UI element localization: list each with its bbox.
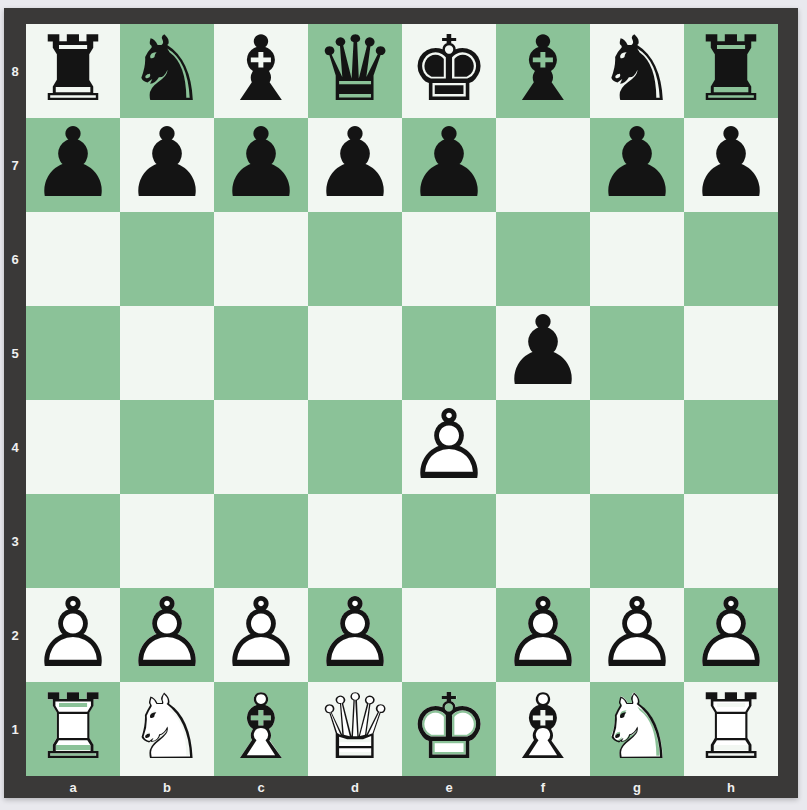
white-bishop[interactable]: ♝♗ — [214, 682, 308, 776]
piece-fill-glyph: ♟ — [594, 115, 680, 211]
black-queen[interactable]: ♛ — [308, 24, 402, 118]
square-d1[interactable]: ♛♕ — [308, 682, 402, 776]
square-f5[interactable]: ♟ — [496, 306, 590, 400]
white-pawn[interactable]: ♟♙ — [120, 588, 214, 682]
piece-fill-glyph: ♟ — [688, 585, 774, 681]
piece-outline-glyph: ♖ — [691, 682, 772, 772]
piece-fill-glyph: ♞ — [597, 682, 678, 772]
black-pawn[interactable]: ♟ — [590, 118, 684, 212]
square-b7[interactable]: ♟ — [120, 118, 214, 212]
piece-fill-glyph: ♜ — [33, 24, 114, 114]
square-e6[interactable] — [402, 212, 496, 306]
white-knight[interactable]: ♞♘ — [590, 682, 684, 776]
square-c6[interactable] — [214, 212, 308, 306]
piece-fill-glyph: ♝ — [503, 24, 584, 114]
square-e2[interactable] — [402, 588, 496, 682]
piece-fill-glyph: ♜ — [33, 682, 114, 772]
black-knight[interactable]: ♞ — [590, 24, 684, 118]
page: 8♜♞♝♛♚♝♞♜7♟♟♟♟♟♟♟65♟4♟♙32♟♙♟♙♟♙♟♙♟♙♟♙♟♙1… — [0, 8, 807, 798]
square-c5[interactable] — [214, 306, 308, 400]
square-a6[interactable] — [26, 212, 120, 306]
square-e7[interactable]: ♟ — [402, 118, 496, 212]
file-label-h: h — [684, 776, 778, 798]
square-b3[interactable] — [120, 494, 214, 588]
black-pawn[interactable]: ♟ — [214, 118, 308, 212]
black-rook[interactable]: ♜ — [26, 24, 120, 118]
square-h2[interactable]: ♟♙ — [684, 588, 778, 682]
square-e1[interactable]: ♚♔ — [402, 682, 496, 776]
square-b6[interactable] — [120, 212, 214, 306]
white-pawn[interactable]: ♟♙ — [496, 588, 590, 682]
rank-label-8: 8 — [4, 24, 26, 118]
square-a8[interactable]: ♜ — [26, 24, 120, 118]
piece-fill-glyph: ♟ — [500, 585, 586, 681]
rank-label-7: 7 — [4, 118, 26, 212]
piece-fill-glyph: ♛ — [315, 24, 396, 114]
piece-outline-glyph: ♗ — [221, 682, 302, 772]
square-a2[interactable]: ♟♙ — [26, 588, 120, 682]
square-d5[interactable] — [308, 306, 402, 400]
piece-fill-glyph: ♞ — [127, 682, 208, 772]
black-king[interactable]: ♚ — [402, 24, 496, 118]
file-label-a: a — [26, 776, 120, 798]
piece-outline-glyph: ♖ — [33, 682, 114, 772]
square-b1[interactable]: ♞♘ — [120, 682, 214, 776]
piece-fill-glyph: ♟ — [688, 115, 774, 211]
white-rook[interactable]: ♜♖ — [26, 682, 120, 776]
square-f4[interactable] — [496, 400, 590, 494]
piece-outline-glyph: ♙ — [30, 585, 116, 681]
file-label-d: d — [308, 776, 402, 798]
black-pawn[interactable]: ♟ — [684, 118, 778, 212]
square-d4[interactable] — [308, 400, 402, 494]
piece-fill-glyph: ♟ — [312, 115, 398, 211]
piece-fill-glyph: ♝ — [503, 682, 584, 772]
square-f2[interactable]: ♟♙ — [496, 588, 590, 682]
square-h4[interactable] — [684, 400, 778, 494]
square-d7[interactable]: ♟ — [308, 118, 402, 212]
square-c3[interactable] — [214, 494, 308, 588]
rank-label-3: 3 — [4, 494, 26, 588]
square-e5[interactable] — [402, 306, 496, 400]
piece-outline-glyph: ♕ — [315, 682, 396, 772]
file-label-c: c — [214, 776, 308, 798]
square-a7[interactable]: ♟ — [26, 118, 120, 212]
piece-fill-glyph: ♚ — [409, 682, 490, 772]
piece-outline-glyph: ♙ — [312, 585, 398, 681]
black-bishop[interactable]: ♝ — [496, 24, 590, 118]
piece-fill-glyph: ♟ — [218, 585, 304, 681]
piece-outline-glyph: ♙ — [406, 397, 492, 493]
white-pawn[interactable]: ♟♙ — [214, 588, 308, 682]
piece-outline-glyph: ♙ — [500, 585, 586, 681]
square-g8[interactable]: ♞ — [590, 24, 684, 118]
square-b4[interactable] — [120, 400, 214, 494]
white-pawn[interactable]: ♟♙ — [402, 400, 496, 494]
square-g4[interactable] — [590, 400, 684, 494]
white-pawn[interactable]: ♟♙ — [308, 588, 402, 682]
piece-fill-glyph: ♟ — [312, 585, 398, 681]
piece-fill-glyph: ♞ — [127, 24, 208, 114]
square-h5[interactable] — [684, 306, 778, 400]
square-h3[interactable] — [684, 494, 778, 588]
square-a5[interactable] — [26, 306, 120, 400]
square-h6[interactable] — [684, 212, 778, 306]
square-c8[interactable]: ♝ — [214, 24, 308, 118]
piece-outline-glyph: ♗ — [503, 682, 584, 772]
square-g1[interactable]: ♞♘ — [590, 682, 684, 776]
chess-board-frame: 8♜♞♝♛♚♝♞♜7♟♟♟♟♟♟♟65♟4♟♙32♟♙♟♙♟♙♟♙♟♙♟♙♟♙1… — [4, 8, 798, 798]
square-d8[interactable]: ♛ — [308, 24, 402, 118]
square-c1[interactable]: ♝♗ — [214, 682, 308, 776]
white-rook[interactable]: ♜♖ — [684, 682, 778, 776]
square-f6[interactable] — [496, 212, 590, 306]
square-g3[interactable] — [590, 494, 684, 588]
white-pawn[interactable]: ♟♙ — [590, 588, 684, 682]
white-pawn[interactable]: ♟♙ — [684, 588, 778, 682]
square-e8[interactable]: ♚ — [402, 24, 496, 118]
white-knight[interactable]: ♞♘ — [120, 682, 214, 776]
piece-outline-glyph: ♘ — [597, 682, 678, 772]
piece-outline-glyph: ♙ — [594, 585, 680, 681]
square-h7[interactable]: ♟ — [684, 118, 778, 212]
piece-outline-glyph: ♙ — [218, 585, 304, 681]
piece-fill-glyph: ♝ — [221, 682, 302, 772]
piece-outline-glyph: ♙ — [124, 585, 210, 681]
rank-label-5: 5 — [4, 306, 26, 400]
piece-outline-glyph: ♘ — [127, 682, 208, 772]
file-label-g: g — [590, 776, 684, 798]
square-b5[interactable] — [120, 306, 214, 400]
square-a4[interactable] — [26, 400, 120, 494]
file-label-e: e — [402, 776, 496, 798]
square-d2[interactable]: ♟♙ — [308, 588, 402, 682]
piece-outline-glyph: ♙ — [688, 585, 774, 681]
piece-fill-glyph: ♛ — [315, 682, 396, 772]
black-pawn[interactable]: ♟ — [496, 306, 590, 400]
piece-fill-glyph: ♟ — [594, 585, 680, 681]
square-f3[interactable] — [496, 494, 590, 588]
square-a3[interactable] — [26, 494, 120, 588]
square-d6[interactable] — [308, 212, 402, 306]
rank-label-1: 1 — [4, 682, 26, 776]
square-c7[interactable]: ♟ — [214, 118, 308, 212]
file-label-b: b — [120, 776, 214, 798]
piece-fill-glyph: ♜ — [691, 682, 772, 772]
piece-fill-glyph: ♝ — [221, 24, 302, 114]
square-c2[interactable]: ♟♙ — [214, 588, 308, 682]
piece-outline-glyph: ♔ — [409, 682, 490, 772]
square-a1[interactable]: ♜♖ — [26, 682, 120, 776]
piece-fill-glyph: ♞ — [597, 24, 678, 114]
piece-fill-glyph: ♟ — [30, 585, 116, 681]
square-e4[interactable]: ♟♙ — [402, 400, 496, 494]
square-e3[interactable] — [402, 494, 496, 588]
square-g7[interactable]: ♟ — [590, 118, 684, 212]
square-h1[interactable]: ♜♖ — [684, 682, 778, 776]
square-g5[interactable] — [590, 306, 684, 400]
piece-fill-glyph: ♟ — [30, 115, 116, 211]
white-bishop[interactable]: ♝♗ — [496, 682, 590, 776]
square-f7[interactable] — [496, 118, 590, 212]
black-rook[interactable]: ♜ — [684, 24, 778, 118]
piece-fill-glyph: ♟ — [124, 585, 210, 681]
square-c4[interactable] — [214, 400, 308, 494]
white-pawn[interactable]: ♟♙ — [26, 588, 120, 682]
square-b8[interactable]: ♞ — [120, 24, 214, 118]
piece-fill-glyph: ♟ — [406, 397, 492, 493]
piece-fill-glyph: ♟ — [500, 303, 586, 399]
piece-fill-glyph: ♟ — [124, 115, 210, 211]
rank-label-2: 2 — [4, 588, 26, 682]
black-pawn[interactable]: ♟ — [402, 118, 496, 212]
square-b2[interactable]: ♟♙ — [120, 588, 214, 682]
black-bishop[interactable]: ♝ — [214, 24, 308, 118]
white-queen[interactable]: ♛♕ — [308, 682, 402, 776]
rank-label-4: 4 — [4, 400, 26, 494]
piece-fill-glyph: ♟ — [218, 115, 304, 211]
white-king[interactable]: ♚♔ — [402, 682, 496, 776]
file-label-f: f — [496, 776, 590, 798]
rank-label-6: 6 — [4, 212, 26, 306]
black-knight[interactable]: ♞ — [120, 24, 214, 118]
black-pawn[interactable]: ♟ — [120, 118, 214, 212]
square-d3[interactable] — [308, 494, 402, 588]
piece-fill-glyph: ♚ — [409, 24, 490, 114]
black-pawn[interactable]: ♟ — [26, 118, 120, 212]
square-f1[interactable]: ♝♗ — [496, 682, 590, 776]
square-g6[interactable] — [590, 212, 684, 306]
black-pawn[interactable]: ♟ — [308, 118, 402, 212]
piece-fill-glyph: ♜ — [691, 24, 772, 114]
piece-fill-glyph: ♟ — [406, 115, 492, 211]
square-h8[interactable]: ♜ — [684, 24, 778, 118]
square-g2[interactable]: ♟♙ — [590, 588, 684, 682]
square-f8[interactable]: ♝ — [496, 24, 590, 118]
